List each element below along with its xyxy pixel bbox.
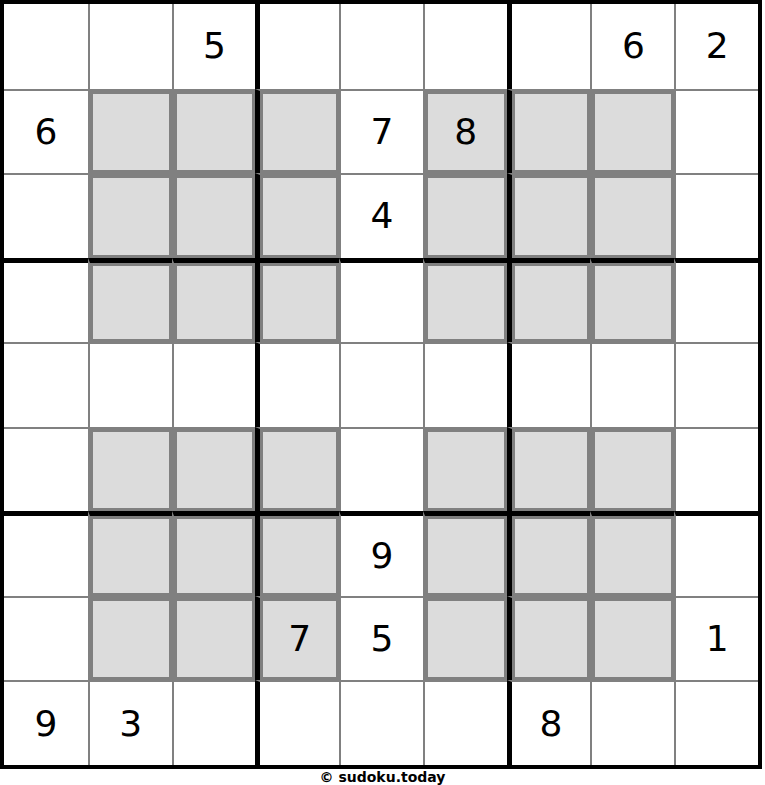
cell-r4c5[interactable] xyxy=(339,258,423,343)
cell-r3c9[interactable] xyxy=(674,173,758,258)
cell-r5c7[interactable] xyxy=(507,342,591,427)
cell-r3c4[interactable] xyxy=(255,173,339,258)
cell-r4c6[interactable] xyxy=(423,258,507,343)
cell-r5c2[interactable] xyxy=(88,342,172,427)
cell-r6c7[interactable] xyxy=(507,427,591,512)
cell-r1c9[interactable]: 2 xyxy=(674,4,758,89)
cell-r9c7[interactable]: 8 xyxy=(507,680,591,765)
cell-r2c9[interactable] xyxy=(674,89,758,174)
cell-r1c2[interactable] xyxy=(88,4,172,89)
cell-r2c4[interactable] xyxy=(255,89,339,174)
cell-r4c3[interactable] xyxy=(172,258,256,343)
cell-r1c3[interactable]: 5 xyxy=(172,4,256,89)
cell-r5c8[interactable] xyxy=(590,342,674,427)
cell-r4c2[interactable] xyxy=(88,258,172,343)
cell-r3c5[interactable]: 4 xyxy=(339,173,423,258)
cell-r8c4[interactable]: 7 xyxy=(255,596,339,681)
cell-r2c8[interactable] xyxy=(590,89,674,174)
cell-r7c5[interactable]: 9 xyxy=(339,511,423,596)
cell-r3c1[interactable] xyxy=(4,173,88,258)
cell-r2c2[interactable] xyxy=(88,89,172,174)
cell-r1c7[interactable] xyxy=(507,4,591,89)
cell-r5c1[interactable] xyxy=(4,342,88,427)
cell-r9c5[interactable] xyxy=(339,680,423,765)
cell-r9c4[interactable] xyxy=(255,680,339,765)
cell-r7c2[interactable] xyxy=(88,511,172,596)
cell-r4c7[interactable] xyxy=(507,258,591,343)
cell-r6c6[interactable] xyxy=(423,427,507,512)
cell-r5c4[interactable] xyxy=(255,342,339,427)
cell-r8c8[interactable] xyxy=(590,596,674,681)
cell-r1c8[interactable]: 6 xyxy=(590,4,674,89)
cell-r2c5[interactable]: 7 xyxy=(339,89,423,174)
cell-r7c8[interactable] xyxy=(590,511,674,596)
cell-r1c6[interactable] xyxy=(423,4,507,89)
cell-r3c6[interactable] xyxy=(423,173,507,258)
cell-r5c5[interactable] xyxy=(339,342,423,427)
cell-r4c9[interactable] xyxy=(674,258,758,343)
cell-r8c1[interactable] xyxy=(4,596,88,681)
cell-r1c1[interactable] xyxy=(4,4,88,89)
cell-r3c3[interactable] xyxy=(172,173,256,258)
cell-r7c1[interactable] xyxy=(4,511,88,596)
cell-r8c7[interactable] xyxy=(507,596,591,681)
cell-r7c7[interactable] xyxy=(507,511,591,596)
cell-r5c6[interactable] xyxy=(423,342,507,427)
cell-r7c3[interactable] xyxy=(172,511,256,596)
cell-r5c9[interactable] xyxy=(674,342,758,427)
cell-r1c5[interactable] xyxy=(339,4,423,89)
footer: © sudoku.today xyxy=(0,769,765,785)
page: 56267849751938 © sudoku.today xyxy=(0,0,765,785)
cell-r8c5[interactable]: 5 xyxy=(339,596,423,681)
cell-r2c1[interactable]: 6 xyxy=(4,89,88,174)
cell-r7c4[interactable] xyxy=(255,511,339,596)
sudoku-board: 56267849751938 xyxy=(0,0,762,769)
cell-r9c3[interactable] xyxy=(172,680,256,765)
cell-r6c2[interactable] xyxy=(88,427,172,512)
cell-r7c6[interactable] xyxy=(423,511,507,596)
cell-r4c1[interactable] xyxy=(4,258,88,343)
cell-r9c8[interactable] xyxy=(590,680,674,765)
site-credit: © sudoku.today xyxy=(320,769,446,785)
cell-r8c2[interactable] xyxy=(88,596,172,681)
cell-r6c5[interactable] xyxy=(339,427,423,512)
cell-r7c9[interactable] xyxy=(674,511,758,596)
cell-r2c3[interactable] xyxy=(172,89,256,174)
cell-r3c8[interactable] xyxy=(590,173,674,258)
cell-r6c4[interactable] xyxy=(255,427,339,512)
cell-r9c9[interactable] xyxy=(674,680,758,765)
cell-r9c1[interactable]: 9 xyxy=(4,680,88,765)
cell-r6c8[interactable] xyxy=(590,427,674,512)
cell-r3c2[interactable] xyxy=(88,173,172,258)
cell-r3c7[interactable] xyxy=(507,173,591,258)
cell-r4c8[interactable] xyxy=(590,258,674,343)
cell-r8c6[interactable] xyxy=(423,596,507,681)
cell-r2c7[interactable] xyxy=(507,89,591,174)
cell-r6c9[interactable] xyxy=(674,427,758,512)
cell-r8c3[interactable] xyxy=(172,596,256,681)
cell-r9c6[interactable] xyxy=(423,680,507,765)
cell-r9c2[interactable]: 3 xyxy=(88,680,172,765)
cell-r6c3[interactable] xyxy=(172,427,256,512)
cell-r2c6[interactable]: 8 xyxy=(423,89,507,174)
cell-r8c9[interactable]: 1 xyxy=(674,596,758,681)
cell-r4c4[interactable] xyxy=(255,258,339,343)
cell-r6c1[interactable] xyxy=(4,427,88,512)
cell-r1c4[interactable] xyxy=(255,4,339,89)
cell-r5c3[interactable] xyxy=(172,342,256,427)
